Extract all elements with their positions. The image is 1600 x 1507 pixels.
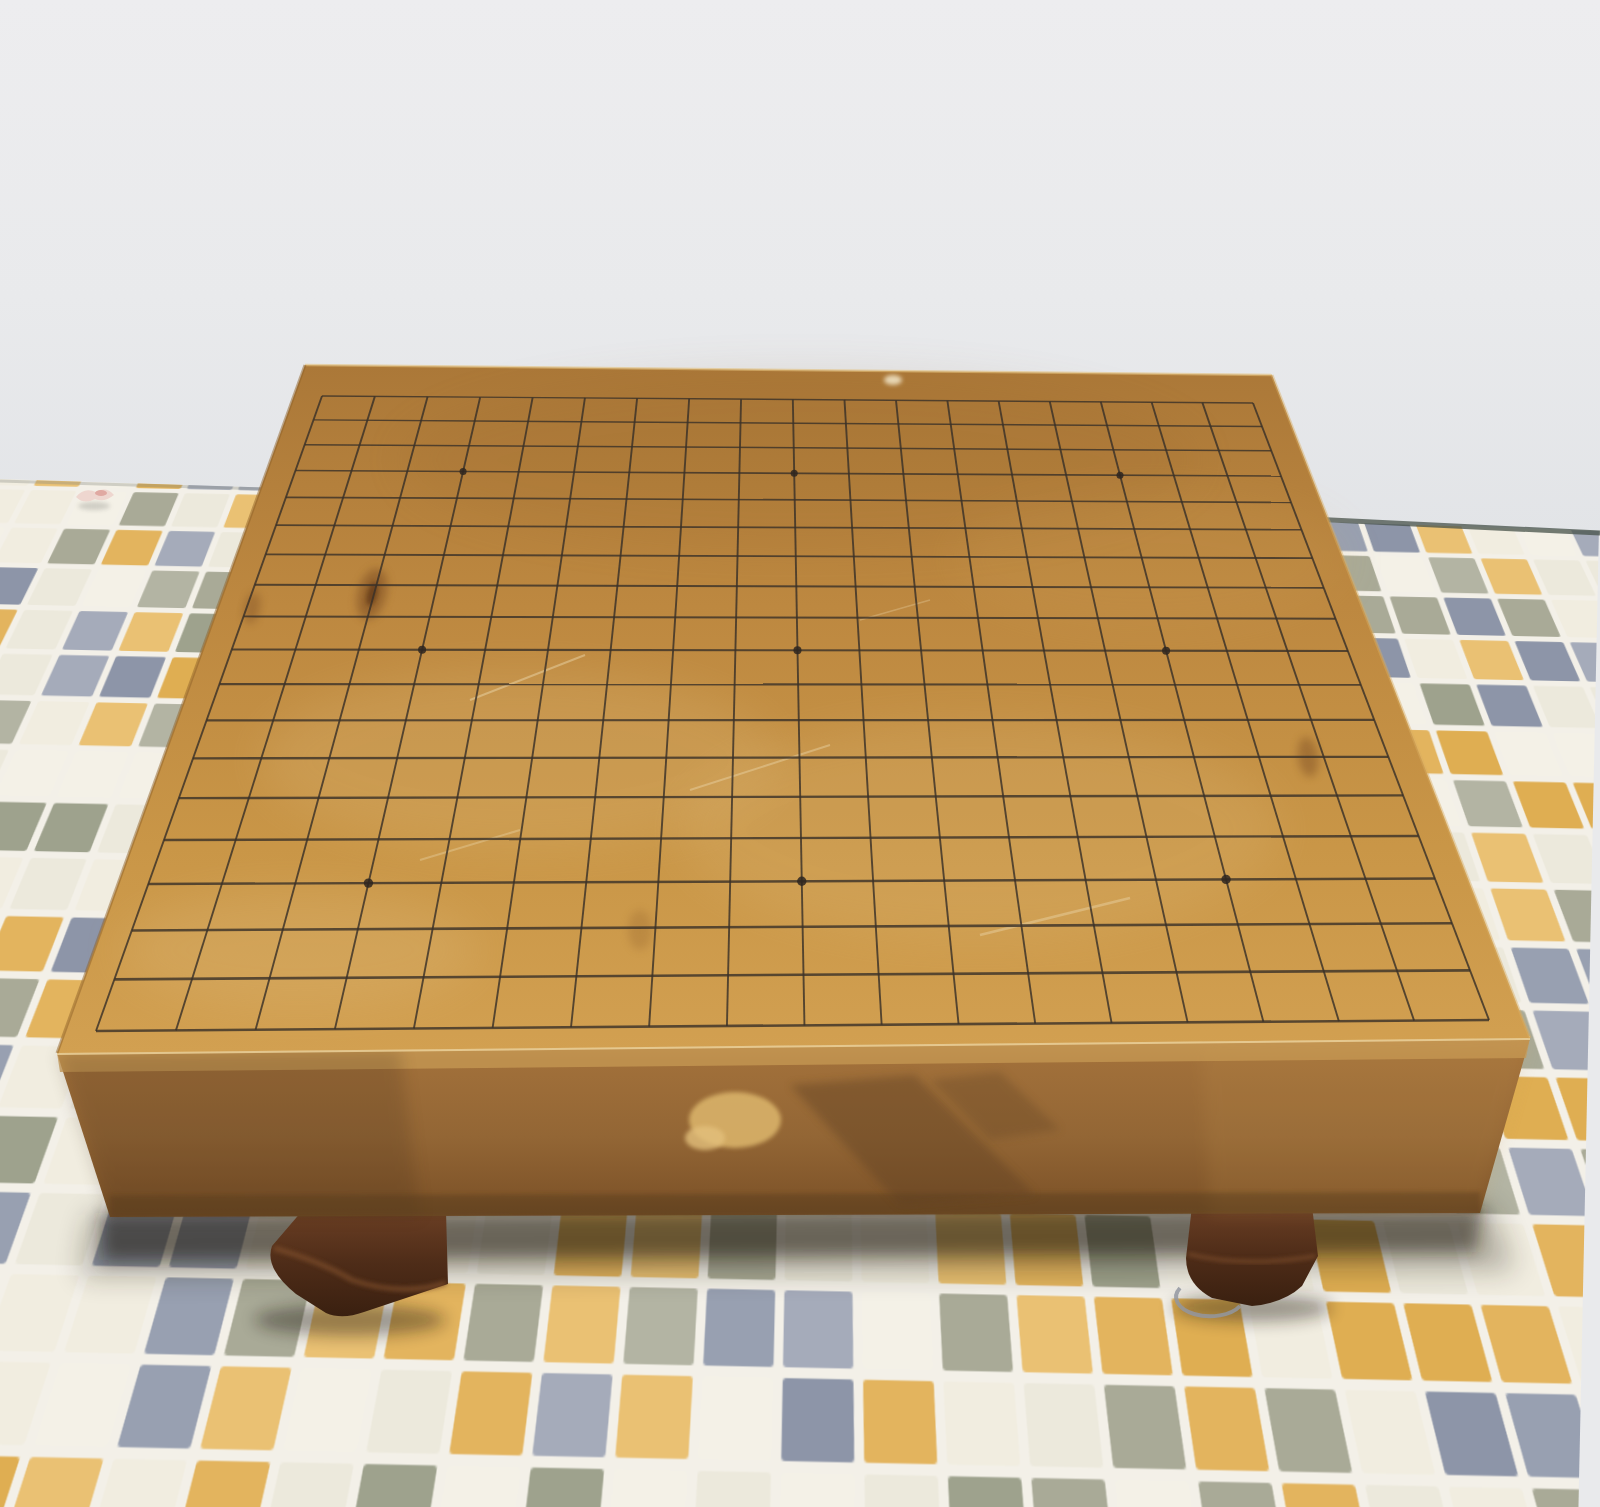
- wood-light-streak-3: [120, 890, 480, 1010]
- wood-light-streak-4: [950, 490, 1350, 630]
- junction-line-left: [0, 481, 302, 490]
- star-point: [364, 878, 373, 887]
- floor-debris: [76, 490, 114, 510]
- star-point: [1221, 875, 1230, 884]
- wood-light-streak-2: [680, 720, 1280, 940]
- wood-scuff-top: [884, 375, 902, 385]
- star-point: [793, 646, 801, 654]
- star-point: [791, 470, 798, 477]
- star-point: [460, 468, 467, 475]
- debris-accent: [95, 490, 107, 496]
- goban-overlay: [0, 0, 1600, 1507]
- front-face-right-light: [1200, 1038, 1530, 1214]
- star-point: [1116, 472, 1123, 479]
- board-front-face: [57, 1038, 1530, 1217]
- wood-knot-4: [628, 910, 652, 950]
- star-point: [1162, 647, 1170, 655]
- photo-scene: [0, 0, 1600, 1507]
- front-face-scuff-2: [685, 1126, 725, 1150]
- debris-shadow: [78, 502, 110, 510]
- front-face-left-shade: [57, 1050, 420, 1217]
- star-point: [797, 877, 806, 886]
- star-point: [418, 646, 426, 654]
- front-face-bottom-shade: [110, 1192, 1480, 1217]
- left-leg: [270, 1211, 448, 1316]
- debris: [76, 490, 114, 502]
